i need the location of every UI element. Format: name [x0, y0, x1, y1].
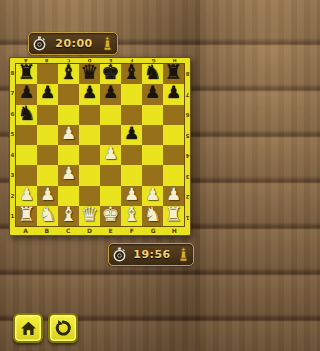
square-f2[interactable]: ♟ [121, 186, 142, 206]
home-button[interactable] [13, 313, 43, 343]
square-h5[interactable] [163, 125, 184, 145]
square-g8[interactable]: ♞ [142, 64, 163, 84]
square-c5[interactable]: ♟ [58, 125, 79, 145]
square-b2[interactable]: ♟ [37, 186, 58, 206]
piece-white-pawn: ♟ [100, 142, 121, 164]
piece-white-pawn: ♟ [16, 183, 37, 205]
piece-white-bishop: ♝ [58, 203, 79, 225]
square-g2[interactable]: ♟ [142, 186, 163, 206]
square-f8[interactable]: ♝ [121, 64, 142, 84]
square-e2[interactable] [100, 186, 121, 206]
square-h4[interactable] [163, 145, 184, 165]
square-h2[interactable]: ♟ [163, 186, 184, 206]
piece-black-pawn: ♟ [16, 81, 37, 103]
white-clock: 19:56 [129, 248, 175, 261]
square-e1[interactable]: ♚ [100, 206, 121, 226]
square-e7[interactable]: ♟ [100, 84, 121, 104]
restart-icon [54, 319, 72, 337]
square-b3[interactable] [37, 165, 58, 185]
square-g5[interactable] [142, 125, 163, 145]
square-a7[interactable]: ♟ [16, 84, 37, 104]
piece-black-pawn: ♟ [100, 81, 121, 103]
square-d7[interactable]: ♟ [79, 84, 100, 104]
piece-white-knight: ♞ [142, 203, 163, 225]
square-b4[interactable] [37, 145, 58, 165]
coord-label: B [36, 226, 57, 235]
square-g7[interactable]: ♟ [142, 84, 163, 104]
coord-label: 8 [185, 63, 190, 84]
square-f7[interactable] [121, 84, 142, 104]
square-c1[interactable]: ♝ [58, 206, 79, 226]
coord-label: E [100, 226, 121, 235]
square-e4[interactable]: ♟ [100, 145, 121, 165]
piece-black-knight: ♞ [142, 61, 163, 83]
square-e3[interactable] [100, 165, 121, 185]
square-g3[interactable] [142, 165, 163, 185]
square-c3[interactable]: ♟ [58, 165, 79, 185]
square-d3[interactable] [79, 165, 100, 185]
piece-black-bishop: ♝ [58, 61, 79, 83]
piece-white-pawn: ♟ [142, 183, 163, 205]
piece-white-rook: ♜ [16, 203, 37, 225]
coord-label: C [58, 226, 79, 235]
king-icon [102, 36, 113, 51]
piece-black-king: ♚ [100, 61, 121, 83]
square-f4[interactable] [121, 145, 142, 165]
coord-label: A [15, 226, 36, 235]
coord-label: H [164, 226, 185, 235]
square-a2[interactable]: ♟ [16, 186, 37, 206]
timer-panel-black: 20:00 [28, 32, 118, 55]
coord-label: G [143, 226, 164, 235]
square-e8[interactable]: ♚ [100, 64, 121, 84]
rank-labels-right: 87654321 [185, 63, 190, 227]
square-f6[interactable] [121, 105, 142, 125]
square-g4[interactable] [142, 145, 163, 165]
coord-label: D [79, 226, 100, 235]
square-c7[interactable] [58, 84, 79, 104]
square-a6[interactable]: ♞ [16, 105, 37, 125]
square-b1[interactable]: ♞ [37, 206, 58, 226]
restart-button[interactable] [48, 313, 78, 343]
piece-white-king: ♚ [100, 203, 121, 225]
square-f3[interactable] [121, 165, 142, 185]
piece-black-pawn: ♟ [142, 81, 163, 103]
wood-background: { "game": {"name": "chess", "variant": "… [0, 0, 200, 351]
piece-black-knight: ♞ [16, 102, 37, 124]
square-a4[interactable] [16, 145, 37, 165]
square-c4[interactable] [58, 145, 79, 165]
square-b6[interactable] [37, 105, 58, 125]
coord-label: 6 [185, 104, 190, 125]
piece-black-pawn: ♟ [163, 81, 184, 103]
square-d8[interactable]: ♛ [79, 64, 100, 84]
file-labels-bottom: ABCDEFGH [15, 226, 185, 235]
square-a3[interactable] [16, 165, 37, 185]
square-b8[interactable] [37, 64, 58, 84]
square-d2[interactable] [79, 186, 100, 206]
square-c6[interactable] [58, 105, 79, 125]
square-h1[interactable]: ♜ [163, 206, 184, 226]
square-g1[interactable]: ♞ [142, 206, 163, 226]
square-c8[interactable]: ♝ [58, 64, 79, 84]
piece-white-knight: ♞ [37, 203, 58, 225]
square-d5[interactable] [79, 125, 100, 145]
square-e6[interactable] [100, 105, 121, 125]
square-c2[interactable] [58, 186, 79, 206]
coord-label: 7 [185, 84, 190, 105]
coord-label: 1 [185, 207, 190, 228]
piece-white-pawn: ♟ [163, 183, 184, 205]
square-a1[interactable]: ♜ [16, 206, 37, 226]
square-h8[interactable]: ♜ [163, 64, 184, 84]
square-e5[interactable] [100, 125, 121, 145]
piece-black-pawn: ♟ [37, 81, 58, 103]
piece-white-bishop: ♝ [121, 203, 142, 225]
square-h7[interactable]: ♟ [163, 84, 184, 104]
square-f1[interactable]: ♝ [121, 206, 142, 226]
stopwatch-icon [33, 36, 46, 51]
piece-black-pawn: ♟ [79, 81, 100, 103]
timer-panel-white: 19:56 [108, 243, 194, 266]
piece-white-rook: ♜ [163, 203, 184, 225]
square-h6[interactable] [163, 105, 184, 125]
piece-black-queen: ♛ [79, 61, 100, 83]
coord-label: 4 [185, 145, 190, 166]
chess-board: ABCDEFGH 87654321 87654321 ABCDEFGH ♜♝♛♚… [9, 57, 191, 236]
piece-white-queen: ♛ [79, 203, 100, 225]
piece-white-pawn: ♟ [121, 183, 142, 205]
square-f5[interactable]: ♟ [121, 125, 142, 145]
square-a8[interactable]: ♜ [16, 64, 37, 84]
king-icon [178, 247, 189, 262]
square-b7[interactable]: ♟ [37, 84, 58, 104]
square-a5[interactable] [16, 125, 37, 145]
coord-label: 5 [185, 125, 190, 146]
square-d4[interactable] [79, 145, 100, 165]
square-g6[interactable] [142, 105, 163, 125]
board-grid: ♜♝♛♚♝♞♜♟♟♟♟♟♟♞♟♟♟♟♟♟♟♟♟♜♞♝♛♚♝♞♜ [15, 63, 185, 227]
piece-black-pawn: ♟ [121, 122, 142, 144]
square-d1[interactable]: ♛ [79, 206, 100, 226]
coord-label: 3 [185, 166, 190, 187]
stopwatch-icon [113, 247, 126, 262]
coord-label: 2 [185, 186, 190, 207]
piece-black-bishop: ♝ [121, 61, 142, 83]
square-d6[interactable] [79, 105, 100, 125]
piece-black-rook: ♜ [16, 61, 37, 83]
square-b5[interactable] [37, 125, 58, 145]
home-icon [20, 320, 37, 337]
piece-black-rook: ♜ [163, 61, 184, 83]
piece-white-pawn: ♟ [37, 183, 58, 205]
square-h3[interactable] [163, 165, 184, 185]
piece-white-pawn: ♟ [58, 122, 79, 144]
piece-white-pawn: ♟ [58, 162, 79, 184]
coord-label: F [121, 226, 142, 235]
black-clock: 20:00 [49, 37, 99, 50]
